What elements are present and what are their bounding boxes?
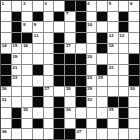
white-cell-9-5[interactable]: 27 [44,87,54,97]
white-cell-13-13[interactable] [129,129,139,139]
black-cell-2-4 [33,12,43,22]
white-cell-5-12[interactable] [119,44,129,54]
clue-number: 8 [23,22,25,27]
black-cell-7-6 [54,65,64,75]
white-cell-11-1[interactable] [1,108,11,118]
black-cell-8-8 [76,76,86,86]
black-cell-2-2 [12,12,22,22]
white-cell-13-8[interactable]: 37 [76,129,86,139]
clue-number: 26 [2,86,7,91]
white-cell-12-11[interactable] [108,119,118,129]
clue-number: 34 [66,107,71,112]
white-cell-12-5[interactable] [44,119,54,129]
black-cell-4-10 [97,33,107,43]
white-cell-1-2[interactable] [12,1,22,11]
white-cell-1-3[interactable]: 2 [22,1,32,11]
clue-number: 28 [66,86,71,91]
white-cell-2-13[interactable] [129,12,139,22]
white-cell-1-4[interactable] [33,1,43,11]
white-cell-11-8[interactable] [76,108,86,118]
clue-number: 19 [12,54,17,59]
black-cell-10-8 [76,97,86,107]
black-cell-7-1 [1,65,11,75]
black-cell-8-13 [129,76,139,86]
clue-number: 16 [23,43,28,48]
white-cell-5-2[interactable]: 15 [12,44,22,54]
clue-number: 25 [98,75,103,80]
white-cell-13-1[interactable]: 36 [1,129,11,139]
white-cell-2-11[interactable] [108,12,118,22]
white-cell-6-9[interactable]: 20 [87,54,97,64]
black-cell-3-12 [119,22,129,32]
black-cell-4-3 [22,33,32,43]
white-cell-13-9[interactable] [87,129,97,139]
white-cell-1-11[interactable]: 5 [108,1,118,11]
white-cell-3-7[interactable] [65,22,75,32]
white-cell-5-3[interactable]: 16 [22,44,32,54]
black-cell-3-8 [76,22,86,32]
white-cell-3-6[interactable] [54,22,64,32]
black-cell-4-6 [54,33,64,43]
white-cell-10-3[interactable] [22,97,32,107]
black-cell-7-8 [76,65,86,75]
clue-number: 35 [108,107,113,112]
clue-number: 17 [66,43,71,48]
clue-number: 6 [130,1,132,6]
clue-number: 22 [108,65,113,70]
white-cell-3-13[interactable] [129,22,139,32]
black-cell-8-6 [54,76,64,86]
white-cell-9-9[interactable]: 29 [87,87,97,97]
black-cell-10-4 [33,97,43,107]
white-cell-6-11[interactable] [108,54,118,64]
white-cell-8-5[interactable] [44,76,54,86]
black-cell-12-8 [76,119,86,129]
white-cell-11-7[interactable]: 34 [65,108,75,118]
white-cell-9-13[interactable]: 30 [129,87,139,97]
white-cell-4-1[interactable] [1,33,11,43]
white-cell-10-5[interactable] [44,97,54,107]
clue-number: 11 [34,33,39,38]
clue-number: 9 [34,22,36,27]
white-cell-7-9[interactable] [87,65,97,75]
black-cell-12-12 [119,119,129,129]
white-cell-2-9[interactable] [87,12,97,22]
white-cell-10-7[interactable] [65,97,75,107]
black-cell-8-7 [65,76,75,86]
white-cell-13-3[interactable] [22,129,32,139]
black-cell-12-10 [97,119,107,129]
white-cell-13-12[interactable] [119,129,129,139]
white-cell-1-12[interactable] [119,1,129,11]
white-cell-10-2[interactable] [12,97,22,107]
white-cell-5-5[interactable] [44,44,54,54]
white-cell-4-11[interactable]: 12 [108,33,118,43]
black-cell-7-4 [33,65,43,75]
white-cell-7-5[interactable] [44,65,54,75]
white-cell-5-11[interactable]: 18 [108,44,118,54]
clue-number: 13 [119,33,124,38]
white-cell-7-2[interactable]: 21 [12,65,22,75]
white-cell-8-10[interactable]: 25 [97,76,107,86]
white-cell-3-5[interactable] [44,22,54,32]
black-cell-6-13 [129,54,139,64]
white-cell-8-12[interactable] [119,76,129,86]
white-cell-2-3[interactable] [22,12,32,22]
white-cell-4-9[interactable] [87,33,97,43]
black-cell-10-12 [119,97,129,107]
clue-number: 37 [76,129,81,134]
white-cell-12-9[interactable] [87,119,97,129]
white-cell-3-3[interactable]: 8 [22,22,32,32]
clue-number: 15 [12,43,17,48]
black-cell-4-8 [76,33,86,43]
white-cell-4-7[interactable] [65,33,75,43]
black-cell-2-10 [97,12,107,22]
white-cell-13-4[interactable] [33,129,43,139]
white-cell-9-7[interactable]: 28 [65,87,75,97]
clue-number: 3 [44,1,46,6]
black-cell-1-7 [65,1,75,11]
black-cell-12-4 [33,119,43,129]
clue-number: 36 [2,129,7,134]
black-cell-12-6 [54,119,64,129]
white-cell-6-5[interactable] [44,54,54,64]
black-cell-5-10 [97,44,107,54]
white-cell-1-13[interactable]: 6 [129,1,139,11]
clue-number: 18 [108,43,113,48]
black-cell-7-7 [65,65,75,75]
white-cell-1-10[interactable] [97,1,107,11]
clue-number: 5 [108,1,110,6]
white-cell-3-11[interactable] [108,22,118,32]
crossword-puzzle: 1234567891011121314151617181920212223242… [0,0,140,140]
white-cell-1-9[interactable]: 4 [87,1,97,11]
clue-number: 2 [23,1,25,6]
black-cell-7-13 [129,65,139,75]
clue-number: 30 [130,86,135,91]
white-cell-13-2[interactable] [12,129,22,139]
white-cell-9-11[interactable] [108,87,118,97]
clue-number: 23 [12,75,17,80]
white-cell-6-3[interactable] [22,54,32,64]
clue-number: 20 [87,54,92,59]
white-cell-1-5[interactable]: 3 [44,1,54,11]
white-cell-2-7[interactable]: 7 [65,12,75,22]
black-cell-8-1 [1,76,11,86]
clue-number: 24 [87,75,92,80]
black-cell-12-2 [12,119,22,129]
black-cell-1-8 [76,1,86,11]
white-cell-8-9[interactable]: 24 [87,76,97,86]
white-cell-11-3[interactable]: 33 [22,108,32,118]
white-cell-6-12[interactable] [119,54,129,64]
white-cell-9-3[interactable] [22,87,32,97]
white-cell-5-4[interactable] [33,44,43,54]
black-cell-11-6 [54,108,64,118]
crossword-grid: 1234567891011121314151617181920212223242… [0,0,140,140]
black-cell-11-2 [12,108,22,118]
clue-number: 7 [66,11,68,16]
white-cell-7-11[interactable]: 22 [108,65,118,75]
black-cell-10-11 [108,97,118,107]
clue-number: 32 [87,97,92,102]
clue-number: 31 [2,97,7,102]
white-cell-9-2[interactable] [12,87,22,97]
white-cell-7-12[interactable] [119,65,129,75]
white-cell-5-7[interactable]: 17 [65,44,75,54]
black-cell-7-10 [97,65,107,75]
white-cell-10-10[interactable] [97,97,107,107]
white-cell-5-9[interactable] [87,44,97,54]
black-cell-10-6 [54,97,64,107]
white-cell-8-11[interactable] [108,76,118,86]
white-cell-10-1[interactable]: 31 [1,97,11,107]
white-cell-9-10[interactable] [97,87,107,97]
black-cell-13-6 [54,129,64,139]
white-cell-2-5[interactable] [44,12,54,22]
black-cell-2-6 [54,12,64,22]
white-cell-8-2[interactable]: 23 [12,76,22,86]
clue-number: 21 [12,65,17,70]
black-cell-6-8 [76,54,86,64]
clue-number: 27 [44,86,49,91]
clue-number: 14 [2,43,7,48]
white-cell-3-4[interactable]: 9 [33,22,43,32]
white-cell-11-5[interactable] [44,108,54,118]
white-cell-10-9[interactable]: 32 [87,97,97,107]
white-cell-12-13[interactable] [129,119,139,129]
white-cell-13-5[interactable] [44,129,54,139]
white-cell-11-9[interactable] [87,108,97,118]
black-cell-3-2 [12,22,22,32]
clue-number: 29 [87,86,92,91]
black-cell-11-12 [119,108,129,118]
black-cell-5-6 [54,44,64,54]
white-cell-5-13[interactable] [129,44,139,54]
black-cell-9-4 [33,87,43,97]
white-cell-3-1[interactable] [1,22,11,32]
white-cell-12-3[interactable] [22,119,32,129]
white-cell-9-1[interactable]: 26 [1,87,11,97]
white-cell-1-1[interactable]: 1 [1,1,11,11]
clue-number: 12 [108,33,113,38]
black-cell-2-8 [76,12,86,22]
white-cell-12-1[interactable] [1,119,11,129]
white-cell-2-1[interactable] [1,12,11,22]
white-cell-6-2[interactable]: 19 [12,54,22,64]
white-cell-12-7[interactable] [65,119,75,129]
black-cell-6-7 [65,54,75,64]
clue-number: 4 [87,1,89,6]
white-cell-8-3[interactable] [22,76,32,86]
white-cell-4-4[interactable]: 11 [33,33,43,43]
white-cell-1-6[interactable] [54,1,64,11]
white-cell-6-4[interactable] [33,54,43,64]
white-cell-6-10[interactable] [97,54,107,64]
white-cell-4-13[interactable] [129,33,139,43]
black-cell-6-6 [54,54,64,64]
white-cell-13-11[interactable] [108,129,118,139]
white-cell-11-4[interactable] [33,108,43,118]
clue-number: 10 [87,22,92,27]
white-cell-5-1[interactable]: 14 [1,44,11,54]
clue-number: 1 [2,1,4,6]
white-cell-4-5[interactable] [44,33,54,43]
white-cell-11-13[interactable] [129,108,139,118]
white-cell-11-11[interactable]: 35 [108,108,118,118]
white-cell-3-9[interactable]: 10 [87,22,97,32]
white-cell-9-6[interactable] [54,87,64,97]
white-cell-7-3[interactable] [22,65,32,75]
white-cell-8-4[interactable] [33,76,43,86]
white-cell-9-12[interactable] [119,87,129,97]
black-cell-4-2 [12,33,22,43]
black-cell-9-8 [76,87,86,97]
white-cell-13-10[interactable] [97,129,107,139]
white-cell-3-10[interactable] [97,22,107,32]
white-cell-5-8[interactable] [76,44,86,54]
black-cell-2-12 [119,12,129,22]
clue-number: 33 [23,107,28,112]
white-cell-10-13[interactable] [129,97,139,107]
black-cell-6-1 [1,54,11,64]
white-cell-4-12[interactable]: 13 [119,33,129,43]
white-cell-11-10[interactable] [97,108,107,118]
black-cell-13-7 [65,129,75,139]
